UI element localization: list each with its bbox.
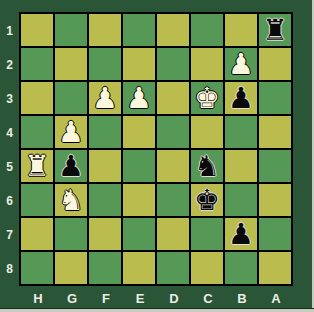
white-king-c3[interactable]: ♚ [194, 82, 220, 114]
square-b5[interactable] [225, 150, 257, 182]
white-knight-g6[interactable]: ♞ [58, 184, 84, 216]
square-e8[interactable] [123, 252, 155, 284]
square-g1[interactable] [55, 14, 87, 46]
square-h8[interactable] [21, 252, 53, 284]
black-rook-a1[interactable]: ♜ [262, 14, 288, 46]
square-g8[interactable] [55, 252, 87, 284]
square-a4[interactable] [259, 116, 291, 148]
black-knight-c5[interactable]: ♞ [194, 150, 220, 182]
black-pawn-b3[interactable]: ♟ [228, 82, 254, 114]
square-h6[interactable] [21, 184, 53, 216]
white-pawn-f3[interactable]: ♟ [92, 82, 118, 114]
rank-label-2: 2 [0, 48, 19, 82]
square-c8[interactable] [191, 252, 223, 284]
square-b2[interactable]: ♟ [225, 48, 257, 80]
square-a5[interactable] [259, 150, 291, 182]
square-g5[interactable]: ♟ [55, 150, 87, 182]
square-f6[interactable] [89, 184, 121, 216]
square-f2[interactable] [89, 48, 121, 80]
square-d8[interactable] [157, 252, 189, 284]
square-a1[interactable]: ♜ [259, 14, 291, 46]
file-label-b: B [225, 288, 259, 308]
file-labels: HGFEDCBA [21, 288, 293, 308]
square-e5[interactable] [123, 150, 155, 182]
square-b8[interactable] [225, 252, 257, 284]
black-pawn-b7[interactable]: ♟ [228, 218, 254, 250]
square-f5[interactable] [89, 150, 121, 182]
square-g4[interactable]: ♟ [55, 116, 87, 148]
white-pawn-e3[interactable]: ♟ [126, 82, 152, 114]
rank-label-1: 1 [0, 14, 19, 48]
square-c6[interactable]: ♚ [191, 184, 223, 216]
square-f4[interactable] [89, 116, 121, 148]
black-king-c6[interactable]: ♚ [194, 184, 220, 216]
white-pawn-g4[interactable]: ♟ [58, 116, 84, 148]
square-g3[interactable] [55, 82, 87, 114]
file-label-f: F [89, 288, 123, 308]
file-label-g: G [55, 288, 89, 308]
square-d2[interactable] [157, 48, 189, 80]
square-d7[interactable] [157, 218, 189, 250]
square-b6[interactable] [225, 184, 257, 216]
square-d3[interactable] [157, 82, 189, 114]
square-a6[interactable] [259, 184, 291, 216]
square-c5[interactable]: ♞ [191, 150, 223, 182]
rank-label-7: 7 [0, 218, 19, 252]
square-b3[interactable]: ♟ [225, 82, 257, 114]
file-label-h: H [21, 288, 55, 308]
square-c3[interactable]: ♚ [191, 82, 223, 114]
square-e2[interactable] [123, 48, 155, 80]
file-label-c: C [191, 288, 225, 308]
square-a7[interactable] [259, 218, 291, 250]
square-c2[interactable] [191, 48, 223, 80]
file-label-d: D [157, 288, 191, 308]
square-b4[interactable] [225, 116, 257, 148]
square-g7[interactable] [55, 218, 87, 250]
square-a2[interactable] [259, 48, 291, 80]
square-d5[interactable] [157, 150, 189, 182]
file-label-e: E [123, 288, 157, 308]
square-b1[interactable] [225, 14, 257, 46]
square-e6[interactable] [123, 184, 155, 216]
square-c1[interactable] [191, 14, 223, 46]
rank-label-8: 8 [0, 252, 19, 286]
rank-label-4: 4 [0, 116, 19, 150]
square-h4[interactable] [21, 116, 53, 148]
rank-label-5: 5 [0, 150, 19, 184]
square-h5[interactable]: ♜ [21, 150, 53, 182]
square-d4[interactable] [157, 116, 189, 148]
white-rook-h5[interactable]: ♜ [24, 150, 50, 182]
square-e4[interactable] [123, 116, 155, 148]
square-a3[interactable] [259, 82, 291, 114]
chess-board-window: 12345678 ♜♟♟♟♚♟♟♜♟♞♞♚♟ HGFEDCBA [0, 0, 314, 312]
square-h1[interactable] [21, 14, 53, 46]
square-c4[interactable] [191, 116, 223, 148]
square-d1[interactable] [157, 14, 189, 46]
rank-label-6: 6 [0, 184, 19, 218]
window-edge-bottom [0, 308, 314, 312]
square-e1[interactable] [123, 14, 155, 46]
rank-label-3: 3 [0, 82, 19, 116]
square-f1[interactable] [89, 14, 121, 46]
square-e7[interactable] [123, 218, 155, 250]
file-label-a: A [259, 288, 293, 308]
square-f7[interactable] [89, 218, 121, 250]
white-pawn-b2[interactable]: ♟ [228, 48, 254, 80]
square-f8[interactable] [89, 252, 121, 284]
square-h2[interactable] [21, 48, 53, 80]
square-h3[interactable] [21, 82, 53, 114]
board: ♜♟♟♟♚♟♟♜♟♞♞♚♟ [19, 12, 293, 286]
window-edge-right [312, 0, 314, 312]
square-b7[interactable]: ♟ [225, 218, 257, 250]
black-pawn-g5[interactable]: ♟ [58, 150, 84, 182]
square-e3[interactable]: ♟ [123, 82, 155, 114]
square-a8[interactable] [259, 252, 291, 284]
square-g6[interactable]: ♞ [55, 184, 87, 216]
square-d6[interactable] [157, 184, 189, 216]
square-g2[interactable] [55, 48, 87, 80]
rank-labels: 12345678 [0, 14, 19, 286]
square-c7[interactable] [191, 218, 223, 250]
square-h7[interactable] [21, 218, 53, 250]
square-f3[interactable]: ♟ [89, 82, 121, 114]
